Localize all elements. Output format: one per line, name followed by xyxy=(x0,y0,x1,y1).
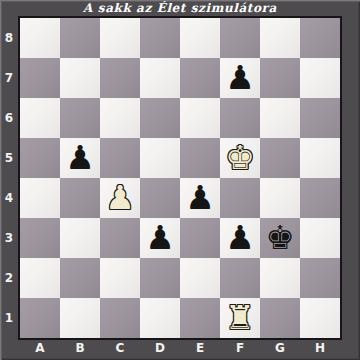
square-d1[interactable] xyxy=(140,298,180,338)
rank-label-2: 2 xyxy=(0,258,18,298)
square-c2[interactable] xyxy=(100,258,140,298)
square-c6[interactable] xyxy=(100,98,140,138)
square-c5[interactable] xyxy=(100,138,140,178)
white-king-f5[interactable]: ♚ xyxy=(225,138,255,178)
square-a2[interactable] xyxy=(20,258,60,298)
square-h4[interactable] xyxy=(300,178,340,218)
square-c8[interactable] xyxy=(100,18,140,58)
square-b2[interactable] xyxy=(60,258,100,298)
square-g5[interactable] xyxy=(260,138,300,178)
file-label-c: C xyxy=(100,339,140,359)
black-pawn-f3[interactable]: ♟ xyxy=(225,218,255,258)
square-c7[interactable] xyxy=(100,58,140,98)
file-label-d: D xyxy=(140,339,180,359)
square-g2[interactable] xyxy=(260,258,300,298)
square-c3[interactable] xyxy=(100,218,140,258)
square-f5[interactable]: ♚ xyxy=(220,138,260,178)
rank-label-4: 4 xyxy=(0,178,18,218)
square-e2[interactable] xyxy=(180,258,220,298)
square-e8[interactable] xyxy=(180,18,220,58)
square-g7[interactable] xyxy=(260,58,300,98)
white-pawn-c4[interactable]: ♟ xyxy=(105,178,135,218)
square-c1[interactable] xyxy=(100,298,140,338)
square-a6[interactable] xyxy=(20,98,60,138)
square-f4[interactable] xyxy=(220,178,260,218)
square-f1[interactable]: ♜ xyxy=(220,298,260,338)
black-pawn-b5[interactable]: ♟ xyxy=(65,138,95,178)
square-e1[interactable] xyxy=(180,298,220,338)
square-f7[interactable]: ♟ xyxy=(220,58,260,98)
square-a8[interactable] xyxy=(20,18,60,58)
square-g3[interactable]: ♚ xyxy=(260,218,300,258)
square-h3[interactable] xyxy=(300,218,340,258)
square-d8[interactable] xyxy=(140,18,180,58)
black-pawn-f7[interactable]: ♟ xyxy=(225,58,255,98)
file-label-h: H xyxy=(300,339,340,359)
square-f2[interactable] xyxy=(220,258,260,298)
rank-label-3: 3 xyxy=(0,218,18,258)
square-e3[interactable] xyxy=(180,218,220,258)
square-a7[interactable] xyxy=(20,58,60,98)
file-label-f: F xyxy=(220,339,260,359)
square-e7[interactable] xyxy=(180,58,220,98)
square-d4[interactable] xyxy=(140,178,180,218)
rank-label-6: 6 xyxy=(0,98,18,138)
square-f6[interactable] xyxy=(220,98,260,138)
square-d5[interactable] xyxy=(140,138,180,178)
square-b8[interactable] xyxy=(60,18,100,58)
rank-label-1: 1 xyxy=(0,298,18,338)
square-e4[interactable]: ♟ xyxy=(180,178,220,218)
square-a5[interactable] xyxy=(20,138,60,178)
square-d3[interactable]: ♟ xyxy=(140,218,180,258)
square-d7[interactable] xyxy=(140,58,180,98)
file-label-a: A xyxy=(20,339,60,359)
rank-label-5: 5 xyxy=(0,138,18,178)
square-g6[interactable] xyxy=(260,98,300,138)
file-label-b: B xyxy=(60,339,100,359)
rank-label-7: 7 xyxy=(0,58,18,98)
square-d2[interactable] xyxy=(140,258,180,298)
square-g1[interactable] xyxy=(260,298,300,338)
square-g8[interactable] xyxy=(260,18,300,58)
square-b6[interactable] xyxy=(60,98,100,138)
square-b5[interactable]: ♟ xyxy=(60,138,100,178)
file-label-g: G xyxy=(260,339,300,359)
rank-labels: 87654321 xyxy=(0,18,18,338)
square-f8[interactable] xyxy=(220,18,260,58)
square-b3[interactable] xyxy=(60,218,100,258)
square-h8[interactable] xyxy=(300,18,340,58)
square-e6[interactable] xyxy=(180,98,220,138)
black-pawn-e4[interactable]: ♟ xyxy=(185,178,215,218)
file-label-e: E xyxy=(180,339,220,359)
square-h5[interactable] xyxy=(300,138,340,178)
square-c4[interactable]: ♟ xyxy=(100,178,140,218)
square-b1[interactable] xyxy=(60,298,100,338)
board-title: A sakk az Élet szimulátora xyxy=(0,0,360,17)
chess-board: ♟♟♚♟♟♟♟♚♜ xyxy=(18,16,342,340)
square-g4[interactable] xyxy=(260,178,300,218)
square-e5[interactable] xyxy=(180,138,220,178)
square-b7[interactable] xyxy=(60,58,100,98)
square-d6[interactable] xyxy=(140,98,180,138)
square-a4[interactable] xyxy=(20,178,60,218)
file-labels: ABCDEFGH xyxy=(20,339,340,359)
square-h1[interactable] xyxy=(300,298,340,338)
black-king-g3[interactable]: ♚ xyxy=(265,218,295,258)
chess-app-frame: A sakk az Élet szimulátora 87654321 ♟♟♚♟… xyxy=(0,0,360,360)
square-f3[interactable]: ♟ xyxy=(220,218,260,258)
square-h2[interactable] xyxy=(300,258,340,298)
square-h6[interactable] xyxy=(300,98,340,138)
white-rook-f1[interactable]: ♜ xyxy=(225,298,255,338)
square-a1[interactable] xyxy=(20,298,60,338)
square-b4[interactable] xyxy=(60,178,100,218)
rank-label-8: 8 xyxy=(0,18,18,58)
black-pawn-d3[interactable]: ♟ xyxy=(145,218,175,258)
square-h7[interactable] xyxy=(300,58,340,98)
square-a3[interactable] xyxy=(20,218,60,258)
